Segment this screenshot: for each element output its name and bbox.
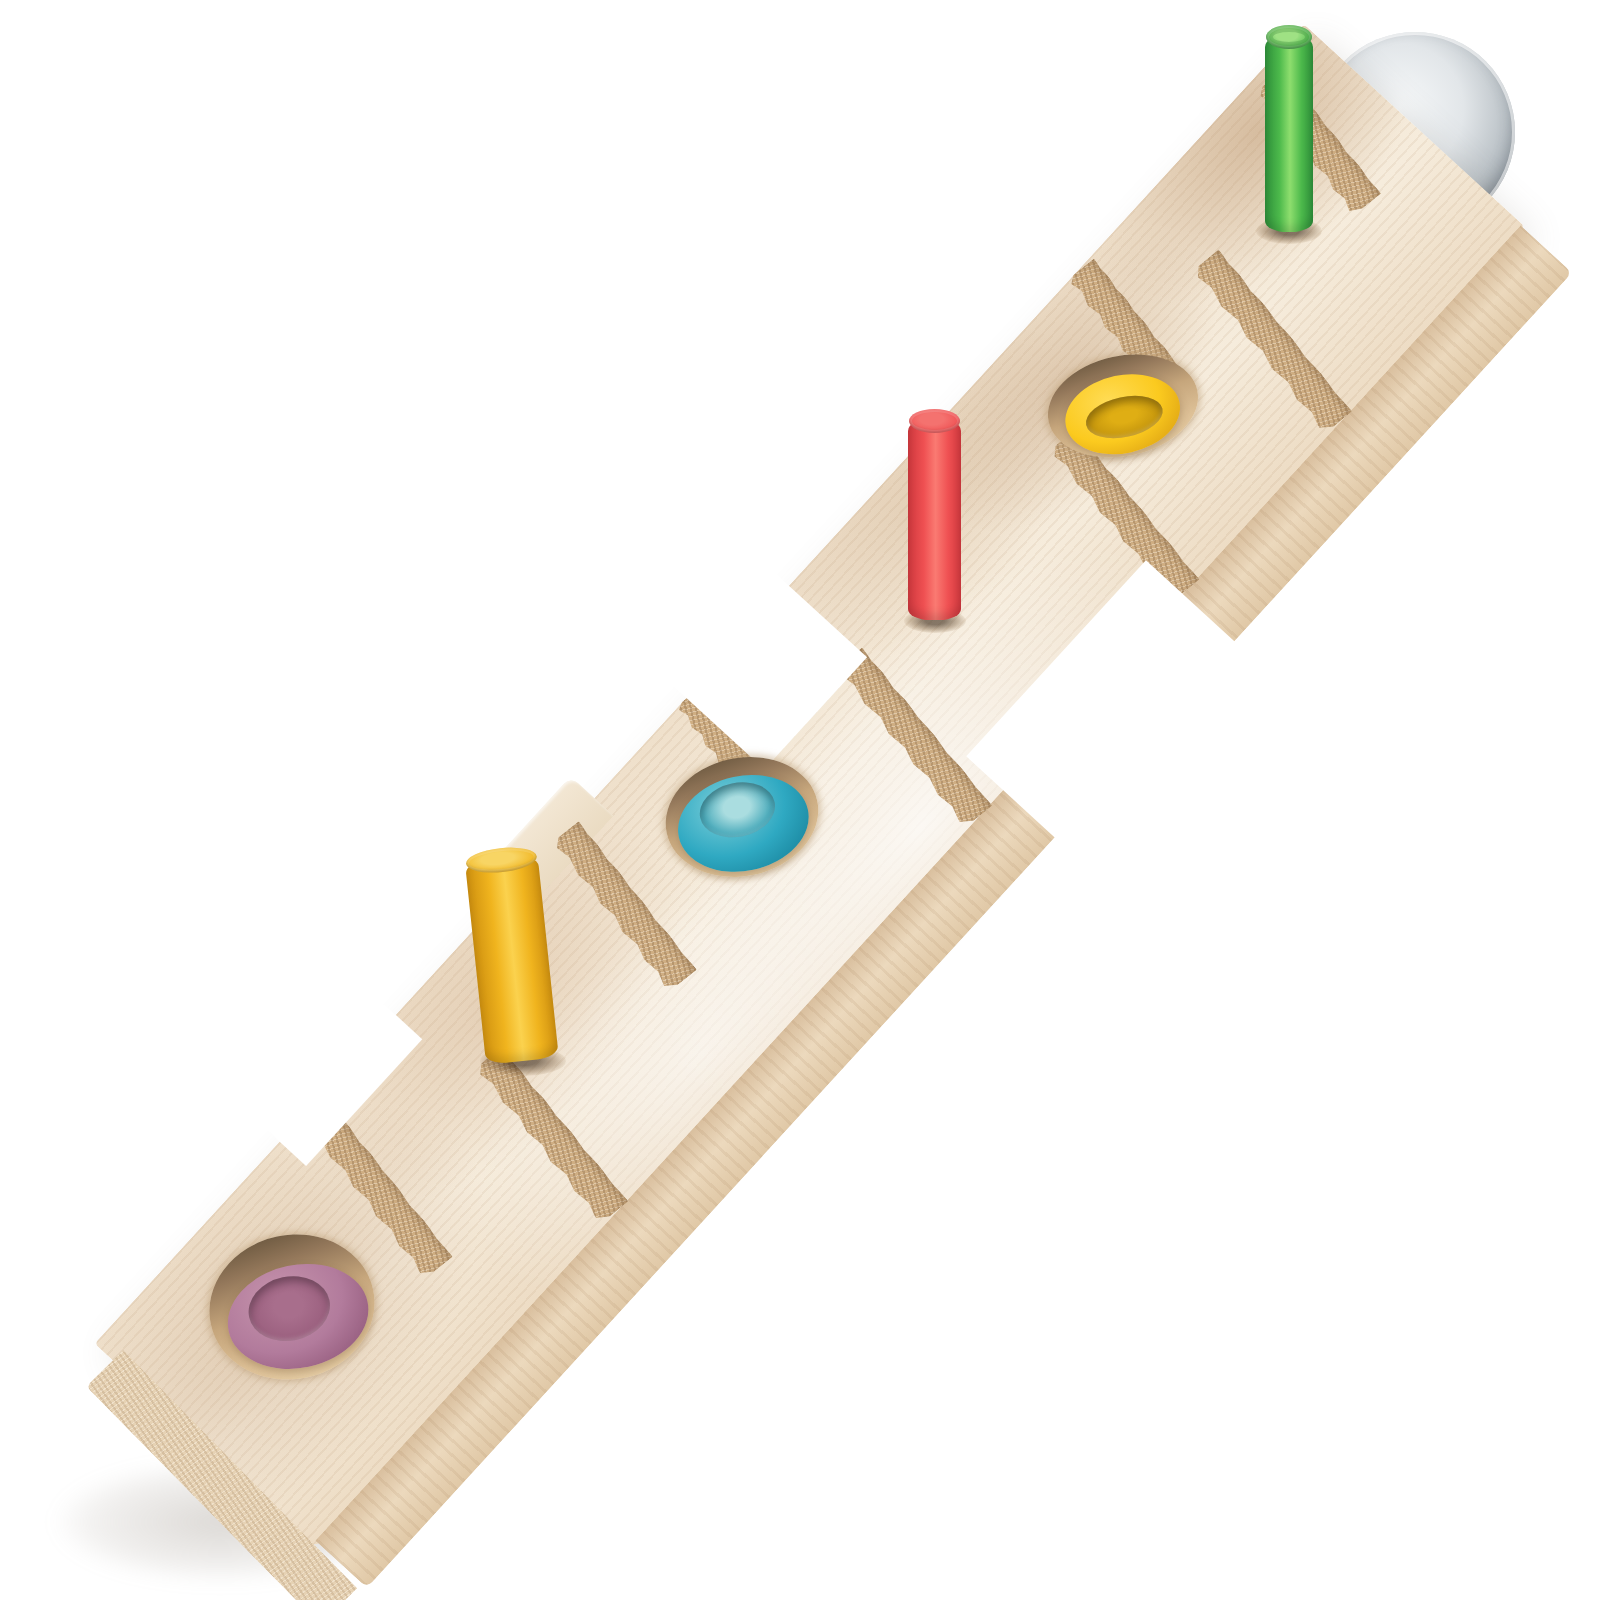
product-photo-scene: [0, 0, 1600, 1600]
peg-green[interactable]: [1265, 34, 1313, 232]
peg-top-face: [465, 844, 538, 875]
peg-red[interactable]: [908, 418, 961, 620]
peg-top-face: [909, 409, 960, 433]
peg-top-face: [1266, 25, 1312, 49]
